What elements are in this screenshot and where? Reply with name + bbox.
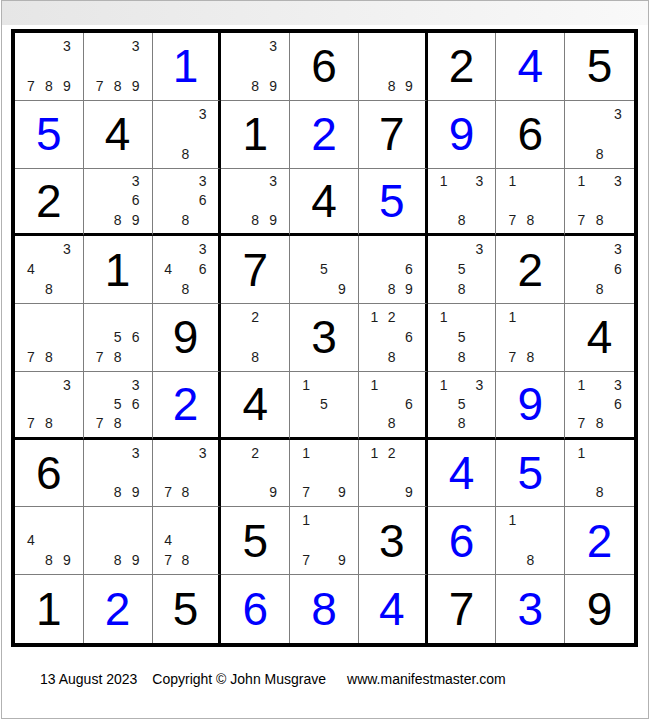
candidate-1 bbox=[91, 307, 109, 327]
candidate-grid: 168 bbox=[359, 372, 425, 437]
candidate-1 bbox=[572, 104, 590, 124]
candidate-7 bbox=[572, 144, 590, 164]
cell-r5c3[interactable]: 9 bbox=[153, 304, 222, 372]
cell-r2c8[interactable]: 6 bbox=[496, 101, 565, 169]
candidate-8: 8 bbox=[109, 347, 127, 367]
cell-r8c6[interactable]: 3 bbox=[359, 507, 428, 575]
cell-r5c9[interactable]: 4 bbox=[565, 304, 634, 372]
cell-r6c3[interactable]: 2 bbox=[153, 372, 222, 440]
candidate-1: 1 bbox=[503, 307, 521, 327]
candidate-6: 6 bbox=[609, 394, 627, 413]
candidate-3 bbox=[539, 307, 557, 327]
candidate-2 bbox=[521, 307, 539, 327]
candidate-9 bbox=[471, 210, 489, 229]
cell-r6c1[interactable]: 378 bbox=[15, 372, 84, 440]
candidate-3 bbox=[539, 510, 557, 530]
candidate-5 bbox=[40, 394, 58, 413]
candidate-2: 2 bbox=[246, 307, 264, 327]
cell-r7c8[interactable]: 5 bbox=[496, 440, 565, 508]
cell-r4c4[interactable]: 7 bbox=[221, 236, 290, 304]
cell-r4c7[interactable]: 358 bbox=[428, 236, 497, 304]
candidate-grid: 18 bbox=[565, 440, 634, 507]
candidate-8: 8 bbox=[40, 550, 58, 570]
entered-digit: 2 bbox=[105, 586, 131, 632]
candidate-2 bbox=[177, 239, 194, 259]
cell-r1c1[interactable]: 3789 bbox=[15, 33, 84, 101]
cell-r4c5[interactable]: 59 bbox=[290, 236, 359, 304]
candidate-8 bbox=[315, 483, 333, 503]
candidate-5 bbox=[383, 56, 400, 76]
candidate-1 bbox=[366, 239, 383, 259]
candidate-6: 6 bbox=[400, 259, 417, 279]
cell-r5c4[interactable]: 28 bbox=[221, 304, 290, 372]
candidate-1 bbox=[228, 307, 246, 327]
candidate-7 bbox=[22, 550, 40, 570]
cell-r2c2[interactable]: 4 bbox=[84, 101, 153, 169]
candidate-grid: 89 bbox=[84, 507, 152, 574]
candidate-grid: 378 bbox=[15, 372, 83, 437]
candidate-7: 7 bbox=[91, 413, 109, 432]
candidate-2 bbox=[315, 510, 333, 530]
candidate-9 bbox=[471, 413, 489, 432]
candidate-3 bbox=[333, 239, 351, 259]
candidate-7 bbox=[22, 279, 40, 299]
cell-r2c6[interactable]: 7 bbox=[359, 101, 428, 169]
candidate-3 bbox=[539, 172, 557, 191]
cell-r1c3[interactable]: 1 bbox=[153, 33, 222, 101]
cell-r1c8[interactable]: 4 bbox=[496, 33, 565, 101]
candidate-grid: 389 bbox=[84, 440, 152, 507]
candidate-9 bbox=[609, 144, 627, 164]
candidate-9 bbox=[264, 347, 282, 367]
cell-r7c5[interactable]: 179 bbox=[290, 440, 359, 508]
candidate-4 bbox=[228, 191, 246, 210]
candidate-5 bbox=[521, 530, 539, 550]
cell-r7c6[interactable]: 129 bbox=[359, 440, 428, 508]
candidate-4 bbox=[503, 530, 521, 550]
candidate-3 bbox=[127, 307, 145, 327]
candidate-1: 1 bbox=[572, 443, 590, 463]
candidate-grid: 1358 bbox=[428, 372, 496, 437]
candidate-1 bbox=[228, 172, 246, 191]
given-digit: 6 bbox=[518, 111, 544, 157]
given-digit: 2 bbox=[449, 43, 475, 89]
candidate-5 bbox=[246, 327, 264, 347]
candidate-9 bbox=[539, 347, 557, 367]
candidate-2: 2 bbox=[246, 443, 264, 463]
cell-r4c8[interactable]: 2 bbox=[496, 236, 565, 304]
candidate-5 bbox=[383, 463, 400, 483]
cell-r3c7[interactable]: 138 bbox=[428, 169, 497, 237]
candidate-4 bbox=[91, 394, 109, 413]
candidate-grid: 59 bbox=[290, 236, 358, 303]
candidate-8: 8 bbox=[590, 210, 608, 229]
candidate-grid: 689 bbox=[359, 236, 425, 303]
candidate-5 bbox=[177, 259, 194, 279]
cell-r9c4[interactable]: 6 bbox=[221, 575, 290, 643]
candidate-4 bbox=[366, 463, 383, 483]
cell-r9c6[interactable]: 4 bbox=[359, 575, 428, 643]
cell-r8c2[interactable]: 89 bbox=[84, 507, 153, 575]
cell-r8c9[interactable]: 2 bbox=[565, 507, 634, 575]
candidate-6 bbox=[194, 463, 211, 483]
candidate-6 bbox=[471, 259, 489, 279]
candidate-9 bbox=[194, 550, 211, 570]
cell-r8c5[interactable]: 179 bbox=[290, 507, 359, 575]
candidate-9: 9 bbox=[333, 279, 351, 299]
candidate-4 bbox=[572, 259, 590, 279]
candidate-8: 8 bbox=[177, 210, 194, 229]
cell-r7c7[interactable]: 4 bbox=[428, 440, 497, 508]
candidate-9 bbox=[609, 483, 627, 503]
candidate-3 bbox=[400, 375, 417, 394]
candidate-4 bbox=[366, 259, 383, 279]
candidate-2 bbox=[315, 239, 333, 259]
candidate-1 bbox=[297, 239, 315, 259]
candidate-3 bbox=[194, 510, 211, 530]
candidate-1 bbox=[22, 239, 40, 259]
candidate-6: 6 bbox=[127, 191, 145, 210]
candidate-7 bbox=[228, 347, 246, 367]
candidate-8: 8 bbox=[177, 550, 194, 570]
cell-r3c4[interactable]: 389 bbox=[221, 169, 290, 237]
candidate-7: 7 bbox=[160, 550, 177, 570]
candidate-9: 9 bbox=[400, 76, 417, 96]
candidate-5 bbox=[383, 394, 400, 413]
candidate-1 bbox=[22, 36, 40, 56]
cell-r8c4[interactable]: 5 bbox=[221, 507, 290, 575]
cell-r8c3[interactable]: 478 bbox=[153, 507, 222, 575]
candidate-1: 1 bbox=[503, 510, 521, 530]
cell-r9c2[interactable]: 2 bbox=[84, 575, 153, 643]
candidate-5 bbox=[453, 191, 471, 210]
candidate-2 bbox=[590, 239, 608, 259]
candidate-4 bbox=[91, 56, 109, 76]
cell-r4c1[interactable]: 348 bbox=[15, 236, 84, 304]
candidate-5 bbox=[177, 124, 194, 144]
candidate-5: 5 bbox=[315, 259, 333, 279]
candidate-9 bbox=[58, 413, 76, 432]
cell-r9c7[interactable]: 7 bbox=[428, 575, 497, 643]
candidate-3: 3 bbox=[194, 443, 211, 463]
cell-r1c2[interactable]: 3789 bbox=[84, 33, 153, 101]
candidate-1 bbox=[366, 36, 383, 56]
candidate-4 bbox=[228, 327, 246, 347]
candidate-grid: 178 bbox=[496, 169, 564, 234]
given-digit: 4 bbox=[311, 178, 337, 224]
candidate-9 bbox=[471, 279, 489, 299]
candidate-1 bbox=[160, 172, 177, 191]
cell-r5c2[interactable]: 5678 bbox=[84, 304, 153, 372]
candidate-4 bbox=[572, 124, 590, 144]
cell-r2c5[interactable]: 2 bbox=[290, 101, 359, 169]
candidate-6 bbox=[471, 394, 489, 413]
cell-r9c9[interactable]: 9 bbox=[565, 575, 634, 643]
candidate-grid: 29 bbox=[221, 440, 289, 507]
candidate-7 bbox=[366, 413, 383, 432]
candidate-6: 6 bbox=[400, 394, 417, 413]
cell-r3c6[interactable]: 5 bbox=[359, 169, 428, 237]
candidate-9 bbox=[400, 347, 417, 367]
cell-r7c4[interactable]: 29 bbox=[221, 440, 290, 508]
candidate-1 bbox=[160, 510, 177, 530]
candidate-3: 3 bbox=[609, 375, 627, 394]
candidate-2 bbox=[521, 510, 539, 530]
candidate-grid: 3789 bbox=[84, 33, 152, 100]
candidate-5: 5 bbox=[453, 394, 471, 413]
candidate-5: 5 bbox=[453, 327, 471, 347]
cell-r9c3[interactable]: 5 bbox=[153, 575, 222, 643]
candidate-4: 4 bbox=[160, 259, 177, 279]
candidate-6 bbox=[127, 56, 145, 76]
candidate-4 bbox=[572, 463, 590, 483]
cell-r4c2[interactable]: 1 bbox=[84, 236, 153, 304]
cell-r2c4[interactable]: 1 bbox=[221, 101, 290, 169]
candidate-7 bbox=[228, 483, 246, 503]
cell-r4c9[interactable]: 368 bbox=[565, 236, 634, 304]
candidate-grid: 5678 bbox=[84, 304, 152, 371]
candidate-2: 2 bbox=[383, 307, 400, 327]
candidate-6 bbox=[194, 124, 211, 144]
candidate-7 bbox=[91, 483, 109, 503]
candidate-8: 8 bbox=[453, 210, 471, 229]
candidate-2 bbox=[590, 375, 608, 394]
candidate-8: 8 bbox=[177, 483, 194, 503]
candidate-9 bbox=[194, 210, 211, 229]
cell-r1c6[interactable]: 89 bbox=[359, 33, 428, 101]
candidate-4 bbox=[366, 394, 383, 413]
candidate-grid: 358 bbox=[428, 236, 496, 303]
candidate-7 bbox=[91, 210, 109, 229]
cell-r5c7[interactable]: 158 bbox=[428, 304, 497, 372]
candidate-8: 8 bbox=[177, 279, 194, 299]
candidate-8 bbox=[315, 550, 333, 570]
candidate-3 bbox=[264, 307, 282, 327]
candidate-8: 8 bbox=[109, 76, 127, 96]
cell-r8c8[interactable]: 18 bbox=[496, 507, 565, 575]
cell-r6c4[interactable]: 4 bbox=[221, 372, 290, 440]
candidate-1 bbox=[22, 375, 40, 394]
given-digit: 6 bbox=[36, 450, 62, 496]
cell-r2c7[interactable]: 9 bbox=[428, 101, 497, 169]
candidate-7 bbox=[297, 413, 315, 432]
cell-r1c7[interactable]: 2 bbox=[428, 33, 497, 101]
candidate-8: 8 bbox=[453, 413, 471, 432]
candidate-6 bbox=[58, 56, 76, 76]
cell-r3c1[interactable]: 2 bbox=[15, 169, 84, 237]
cell-r8c1[interactable]: 489 bbox=[15, 507, 84, 575]
candidate-1: 1 bbox=[435, 172, 453, 191]
entered-digit: 1 bbox=[173, 43, 199, 89]
candidate-2 bbox=[315, 375, 333, 394]
candidate-6 bbox=[58, 327, 76, 347]
given-digit: 1 bbox=[105, 247, 131, 293]
candidate-9: 9 bbox=[264, 210, 282, 229]
cell-r5c8[interactable]: 178 bbox=[496, 304, 565, 372]
cell-r5c6[interactable]: 1268 bbox=[359, 304, 428, 372]
candidate-6 bbox=[400, 56, 417, 76]
candidate-7 bbox=[297, 279, 315, 299]
cell-r9c1[interactable]: 1 bbox=[15, 575, 84, 643]
candidate-9 bbox=[194, 144, 211, 164]
cell-r2c9[interactable]: 38 bbox=[565, 101, 634, 169]
candidate-3: 3 bbox=[194, 104, 211, 124]
given-digit: 1 bbox=[36, 586, 62, 632]
candidate-grid: 89 bbox=[359, 33, 425, 100]
candidate-8: 8 bbox=[590, 144, 608, 164]
candidate-4 bbox=[22, 394, 40, 413]
cell-r6c5[interactable]: 15 bbox=[290, 372, 359, 440]
entered-digit: 4 bbox=[518, 43, 544, 89]
entered-digit: 2 bbox=[587, 518, 613, 564]
candidate-9: 9 bbox=[333, 483, 351, 503]
candidate-grid: 378 bbox=[153, 440, 219, 507]
candidate-2 bbox=[109, 510, 127, 530]
candidate-7 bbox=[366, 76, 383, 96]
candidate-7: 7 bbox=[160, 483, 177, 503]
candidate-1: 1 bbox=[366, 443, 383, 463]
candidate-9 bbox=[194, 279, 211, 299]
given-digit: 1 bbox=[242, 111, 268, 157]
entered-digit: 3 bbox=[518, 586, 544, 632]
candidate-2 bbox=[40, 375, 58, 394]
entered-digit: 2 bbox=[173, 381, 199, 427]
candidate-2 bbox=[521, 172, 539, 191]
candidate-9 bbox=[539, 210, 557, 229]
cell-r6c7[interactable]: 1358 bbox=[428, 372, 497, 440]
candidate-8: 8 bbox=[383, 413, 400, 432]
candidate-3 bbox=[333, 510, 351, 530]
candidate-8: 8 bbox=[109, 550, 127, 570]
cell-r3c9[interactable]: 1378 bbox=[565, 169, 634, 237]
cell-r8c7[interactable]: 6 bbox=[428, 507, 497, 575]
cell-r2c1[interactable]: 5 bbox=[15, 101, 84, 169]
candidate-4 bbox=[435, 394, 453, 413]
candidate-7: 7 bbox=[22, 413, 40, 432]
candidate-1: 1 bbox=[572, 172, 590, 191]
cell-r6c8[interactable]: 9 bbox=[496, 372, 565, 440]
candidate-9: 9 bbox=[58, 550, 76, 570]
candidate-6 bbox=[609, 463, 627, 483]
cell-r1c5[interactable]: 6 bbox=[290, 33, 359, 101]
candidate-7 bbox=[366, 347, 383, 367]
cell-r5c5[interactable]: 3 bbox=[290, 304, 359, 372]
candidate-7 bbox=[435, 279, 453, 299]
cell-r3c8[interactable]: 178 bbox=[496, 169, 565, 237]
candidate-1: 1 bbox=[572, 375, 590, 394]
candidate-8: 8 bbox=[521, 550, 539, 570]
candidate-4 bbox=[503, 191, 521, 210]
cell-r9c5[interactable]: 8 bbox=[290, 575, 359, 643]
entered-digit: 5 bbox=[379, 178, 405, 224]
candidate-7 bbox=[435, 347, 453, 367]
candidate-2 bbox=[453, 172, 471, 191]
candidate-6 bbox=[264, 463, 282, 483]
candidate-6 bbox=[539, 191, 557, 210]
candidate-7: 7 bbox=[503, 347, 521, 367]
cell-r6c2[interactable]: 35678 bbox=[84, 372, 153, 440]
candidate-4 bbox=[297, 259, 315, 279]
candidate-1 bbox=[91, 172, 109, 191]
candidate-8: 8 bbox=[383, 76, 400, 96]
candidate-4 bbox=[91, 191, 109, 210]
candidate-7: 7 bbox=[91, 76, 109, 96]
candidate-3: 3 bbox=[471, 172, 489, 191]
cell-r9c8[interactable]: 3 bbox=[496, 575, 565, 643]
candidate-2 bbox=[40, 239, 58, 259]
candidate-5 bbox=[246, 463, 264, 483]
cell-r2c3[interactable]: 38 bbox=[153, 101, 222, 169]
candidate-7 bbox=[160, 279, 177, 299]
candidate-1 bbox=[91, 510, 109, 530]
candidate-5 bbox=[109, 463, 127, 483]
cell-r3c3[interactable]: 368 bbox=[153, 169, 222, 237]
candidate-3 bbox=[264, 443, 282, 463]
candidate-grid: 348 bbox=[15, 236, 83, 303]
candidate-2 bbox=[40, 510, 58, 530]
candidate-7: 7 bbox=[91, 347, 109, 367]
candidate-grid: 368 bbox=[565, 236, 634, 303]
candidate-1: 1 bbox=[366, 307, 383, 327]
candidate-3 bbox=[471, 307, 489, 327]
cell-r7c9[interactable]: 18 bbox=[565, 440, 634, 508]
candidate-7: 7 bbox=[572, 210, 590, 229]
cell-r4c6[interactable]: 689 bbox=[359, 236, 428, 304]
candidate-5: 5 bbox=[109, 394, 127, 413]
candidate-9 bbox=[58, 279, 76, 299]
candidate-8 bbox=[315, 413, 333, 432]
cell-r7c3[interactable]: 378 bbox=[153, 440, 222, 508]
candidate-8: 8 bbox=[590, 279, 608, 299]
candidate-8 bbox=[246, 483, 264, 503]
candidate-5: 5 bbox=[453, 259, 471, 279]
cell-r1c4[interactable]: 389 bbox=[221, 33, 290, 101]
candidate-2 bbox=[109, 36, 127, 56]
candidate-4 bbox=[91, 530, 109, 550]
candidate-9: 9 bbox=[264, 76, 282, 96]
candidate-grid: 3689 bbox=[84, 169, 152, 234]
candidate-2 bbox=[383, 239, 400, 259]
cell-r7c2[interactable]: 389 bbox=[84, 440, 153, 508]
cell-r7c1[interactable]: 6 bbox=[15, 440, 84, 508]
candidate-2 bbox=[177, 443, 194, 463]
candidate-1 bbox=[160, 104, 177, 124]
candidate-4 bbox=[228, 56, 246, 76]
cell-r3c5[interactable]: 4 bbox=[290, 169, 359, 237]
candidate-4: 4 bbox=[22, 259, 40, 279]
candidate-2 bbox=[177, 510, 194, 530]
candidate-1 bbox=[22, 307, 40, 327]
candidate-6 bbox=[333, 463, 351, 483]
cell-r1c9[interactable]: 5 bbox=[565, 33, 634, 101]
cell-r6c6[interactable]: 168 bbox=[359, 372, 428, 440]
cell-r6c9[interactable]: 13678 bbox=[565, 372, 634, 440]
candidate-6 bbox=[539, 327, 557, 347]
candidate-6 bbox=[400, 463, 417, 483]
given-digit: 4 bbox=[242, 381, 268, 427]
candidate-6 bbox=[58, 394, 76, 413]
cell-r3c2[interactable]: 3689 bbox=[84, 169, 153, 237]
candidate-grid: 13678 bbox=[565, 372, 634, 437]
candidate-9 bbox=[539, 550, 557, 570]
candidate-2 bbox=[246, 36, 264, 56]
candidate-2 bbox=[40, 36, 58, 56]
cell-r4c3[interactable]: 3468 bbox=[153, 236, 222, 304]
candidate-grid: 138 bbox=[428, 169, 496, 234]
candidate-5 bbox=[40, 327, 58, 347]
cell-r5c1[interactable]: 78 bbox=[15, 304, 84, 372]
entered-digit: 9 bbox=[449, 111, 475, 157]
